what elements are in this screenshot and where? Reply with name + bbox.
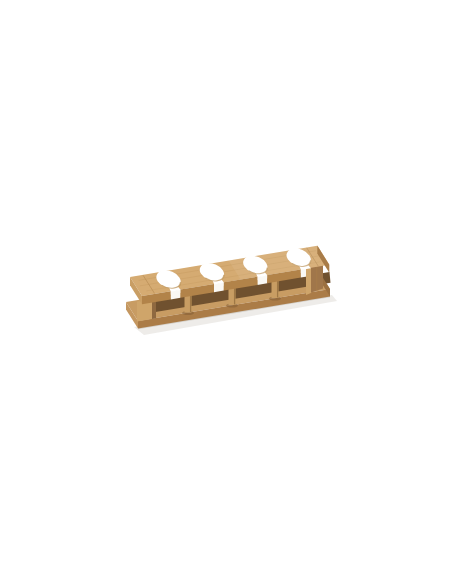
dowel-1 — [185, 295, 192, 313]
right-panel-front-face — [306, 266, 311, 295]
stand-illustration — [0, 0, 452, 584]
dowel-2 — [229, 288, 236, 306]
dowel-3 — [272, 281, 279, 299]
product-photo — [0, 0, 452, 584]
